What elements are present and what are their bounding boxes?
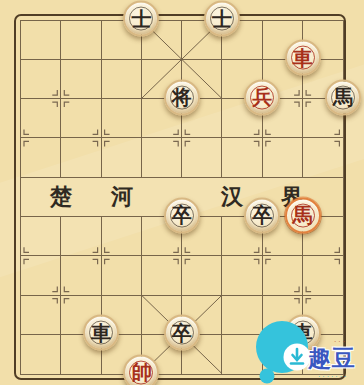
board-cell xyxy=(303,138,343,177)
piece-glyph: 卒 xyxy=(172,205,192,225)
board-cell xyxy=(61,60,101,99)
board-cell xyxy=(61,256,101,295)
piece-ring xyxy=(250,203,274,227)
piece-glyph: 車 xyxy=(293,322,313,342)
board-cell xyxy=(21,296,61,335)
piece-ring xyxy=(250,85,274,109)
board-cell xyxy=(21,60,61,99)
board-cell xyxy=(263,256,303,295)
piece-glyph: 兵 xyxy=(252,87,272,107)
board-cell xyxy=(263,138,303,177)
board-cell xyxy=(222,296,262,335)
piece-glyph: 将 xyxy=(172,87,192,107)
piece-ring xyxy=(170,321,194,345)
board-cell xyxy=(102,256,142,295)
board-cell xyxy=(61,217,101,256)
board-cell xyxy=(21,256,61,295)
piece-black-士[interactable]: 士 xyxy=(204,1,240,37)
piece-red-馬[interactable]: 馬 xyxy=(285,197,321,233)
board-cell xyxy=(222,335,262,374)
piece-glyph: 馬 xyxy=(293,205,313,225)
board-cell xyxy=(21,217,61,256)
board-cell xyxy=(102,99,142,138)
piece-glyph: 卒 xyxy=(172,322,192,342)
piece-black-将[interactable]: 将 xyxy=(164,79,200,115)
piece-ring xyxy=(291,203,315,227)
piece-glyph: 車 xyxy=(293,47,313,67)
piece-ring xyxy=(291,46,315,70)
board-cell xyxy=(102,178,142,217)
piece-red-車[interactable]: 車 xyxy=(285,40,321,76)
board-cell xyxy=(61,21,101,60)
board-cell xyxy=(303,256,343,295)
piece-black-車[interactable]: 車 xyxy=(285,315,321,351)
board-cell xyxy=(102,60,142,99)
board-cell xyxy=(61,99,101,138)
piece-glyph: 車 xyxy=(91,322,111,342)
board-cell xyxy=(21,21,61,60)
board-cell xyxy=(142,138,182,177)
piece-ring xyxy=(210,7,234,31)
piece-black-車[interactable]: 車 xyxy=(83,315,119,351)
board-cell xyxy=(21,178,61,217)
board-cell xyxy=(21,138,61,177)
xiangqi-board: 楚 河 汉 界 士士車将兵馬卒卒馬車卒車帥 ··· 趣豆 ······· xyxy=(0,0,364,385)
piece-red-兵[interactable]: 兵 xyxy=(244,79,280,115)
piece-black-卒[interactable]: 卒 xyxy=(164,315,200,351)
piece-black-卒[interactable]: 卒 xyxy=(244,197,280,233)
board-cell xyxy=(222,138,262,177)
board-cell xyxy=(102,138,142,177)
piece-black-卒[interactable]: 卒 xyxy=(164,197,200,233)
piece-ring xyxy=(331,85,355,109)
board-cell xyxy=(142,256,182,295)
board-cell xyxy=(222,256,262,295)
board-cell xyxy=(21,99,61,138)
board-cell xyxy=(182,138,222,177)
board-cell xyxy=(61,138,101,177)
piece-ring xyxy=(170,203,194,227)
board-cell xyxy=(182,256,222,295)
board-cell xyxy=(21,335,61,374)
board-cell xyxy=(102,217,142,256)
piece-glyph: 卒 xyxy=(252,205,272,225)
piece-ring xyxy=(89,321,113,345)
piece-glyph: 士 xyxy=(131,8,151,28)
piece-glyph: 馬 xyxy=(333,87,353,107)
piece-black-士[interactable]: 士 xyxy=(123,1,159,37)
piece-red-帥[interactable]: 帥 xyxy=(123,354,159,385)
piece-ring xyxy=(291,321,315,345)
piece-black-馬[interactable]: 馬 xyxy=(325,79,361,115)
piece-ring xyxy=(129,360,153,384)
piece-glyph: 士 xyxy=(212,8,232,28)
piece-ring xyxy=(129,7,153,31)
board-cell xyxy=(61,178,101,217)
piece-ring xyxy=(170,85,194,109)
piece-glyph: 帥 xyxy=(131,362,151,382)
